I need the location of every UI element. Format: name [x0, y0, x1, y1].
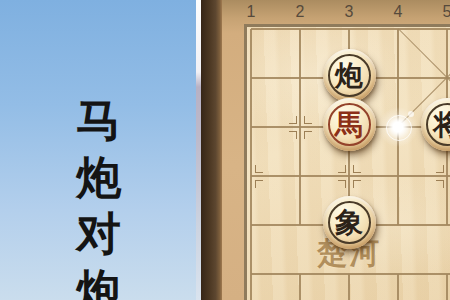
title-char: 马: [75, 93, 122, 150]
piece-glyph: 炮: [335, 61, 363, 90]
column-label-1: 1: [242, 2, 260, 22]
grid-line-file-1: [250, 29, 251, 300]
grid-line-file-4-lower: [397, 274, 398, 300]
piece-glyph: 馬: [335, 110, 363, 139]
title-char: 炮: [75, 263, 122, 300]
screenshot-stage: 马 炮 对 炮 楚河 1 2 3 4 5: [0, 0, 450, 300]
title-char: 炮: [75, 150, 122, 207]
grid-line-file-2-upper: [299, 29, 300, 225]
column-label-4: 4: [389, 2, 407, 22]
piece-glyph: 将: [433, 110, 450, 139]
piece-black-elephant[interactable]: 象: [323, 196, 376, 249]
grid-line-file-3-lower: [348, 274, 349, 300]
grid-line-file-5-lower: [446, 274, 447, 300]
grid-line-rank-1: [251, 28, 450, 29]
board-frame-top: [244, 24, 450, 27]
board-frame-left: [244, 24, 247, 300]
video-title-vertical: 马 炮 对 炮: [75, 93, 122, 300]
column-label-3: 3: [340, 2, 358, 22]
column-label-5: 5: [438, 2, 450, 22]
piece-black-cannon[interactable]: 炮: [323, 49, 376, 102]
move-sparkle-effect: [378, 107, 418, 147]
piece-red-horse[interactable]: 馬: [323, 98, 376, 151]
title-char: 对: [75, 206, 122, 263]
grid-line-rank-6: [251, 273, 450, 274]
column-label-2: 2: [291, 2, 309, 22]
grid-line-rank-4: [251, 175, 450, 176]
board-side-shadow: [201, 0, 222, 300]
grid-line-file-2-lower: [299, 274, 300, 300]
piece-glyph: 象: [335, 208, 363, 237]
